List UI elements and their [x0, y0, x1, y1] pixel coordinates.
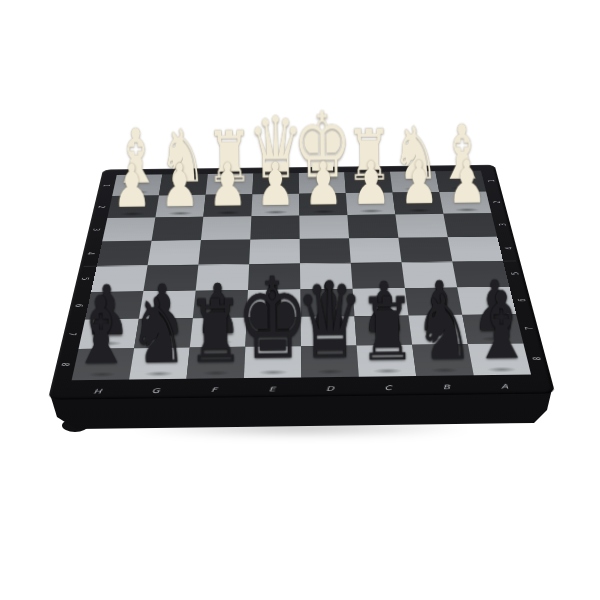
square-g4	[148, 240, 201, 265]
piece-white-pawn-e2: ♟	[255, 154, 294, 214]
file-label-a: A	[475, 383, 535, 391]
square-g8: ♞	[129, 348, 190, 380]
board-tilt-wrapper: ♝♞♜♛♚♜♞♝♟♟♟♟♟♟♟♟♟♟♟♟♟♟♟♟♝♞♜♚♛♜♞♝ HGFEDCB…	[48, 165, 555, 400]
piece-black-rook-f8: ♜	[186, 288, 243, 375]
rank-label-left-3: 3	[72, 226, 119, 233]
file-label-g: G	[127, 387, 186, 395]
square-c2: ♟	[346, 193, 396, 215]
product-photo-scene: ♝♞♜♛♚♜♞♝♟♟♟♟♟♟♟♟♟♟♟♟♟♟♟♟♝♞♜♚♛♜♞♝ HGFEDCB…	[0, 0, 600, 600]
square-d3	[299, 215, 349, 239]
file-label-f: F	[185, 386, 244, 394]
piece-black-bishop-a8: ♝	[470, 278, 532, 372]
rank-label-right-3: 3	[479, 221, 527, 228]
square-f2: ♟	[203, 194, 252, 217]
piece-black-rook-c8: ♜	[358, 286, 415, 373]
square-d2: ♟	[299, 193, 347, 216]
piece-black-knight-b8: ♞	[414, 282, 473, 373]
file-label-b: B	[417, 383, 476, 391]
square-b2: ♟	[393, 192, 444, 214]
piece-white-pawn-b2: ♟	[399, 152, 438, 212]
file-label-h: H	[68, 388, 127, 396]
square-b8: ♞	[412, 344, 473, 376]
square-e2: ♟	[251, 194, 299, 217]
square-b3	[395, 214, 447, 238]
square-g2: ♟	[155, 195, 205, 218]
piece-black-knight-g8: ♞	[128, 286, 187, 377]
file-labels: HGFEDCBA	[68, 383, 534, 396]
piece-white-pawn-d2: ♟	[303, 153, 342, 213]
square-a8: ♝	[468, 343, 531, 375]
square-h8: ♝	[72, 348, 135, 380]
square-c8: ♜	[357, 345, 417, 377]
square-e3	[250, 216, 299, 240]
rank-label-left-1: 1	[84, 182, 129, 189]
square-d8: ♛	[301, 345, 359, 377]
square-c3	[347, 214, 398, 238]
piece-white-pawn-c2: ♟	[351, 153, 390, 213]
square-e8: ♚	[244, 346, 301, 378]
piece-black-queen-d8: ♛	[294, 268, 364, 374]
rank-label-left-2: 2	[78, 203, 124, 210]
board-grid: ♝♞♜♛♚♜♞♝♟♟♟♟♟♟♟♟♟♟♟♟♟♟♟♟♝♞♜♚♛♜♞♝	[72, 171, 531, 381]
piece-black-bishop-h8: ♝	[70, 283, 132, 377]
rank-label-left-4: 4	[66, 250, 115, 258]
square-f3	[201, 216, 251, 240]
rank-label-right-2: 2	[474, 199, 520, 206]
piece-white-pawn-f2: ♟	[207, 154, 246, 214]
rank-label-right-1: 1	[469, 178, 514, 185]
piece-white-pawn-g2: ♟	[160, 155, 199, 215]
rank-label-right-4: 4	[484, 244, 533, 252]
board-frame: ♝♞♜♛♚♜♞♝♟♟♟♟♟♟♟♟♟♟♟♟♟♟♟♟♝♞♜♚♛♜♞♝ HGFEDCB…	[48, 165, 555, 400]
file-label-c: C	[359, 384, 418, 392]
file-label-e: E	[243, 386, 301, 394]
square-b4	[398, 237, 452, 262]
file-label-d: D	[301, 385, 359, 393]
square-g3	[152, 217, 204, 241]
